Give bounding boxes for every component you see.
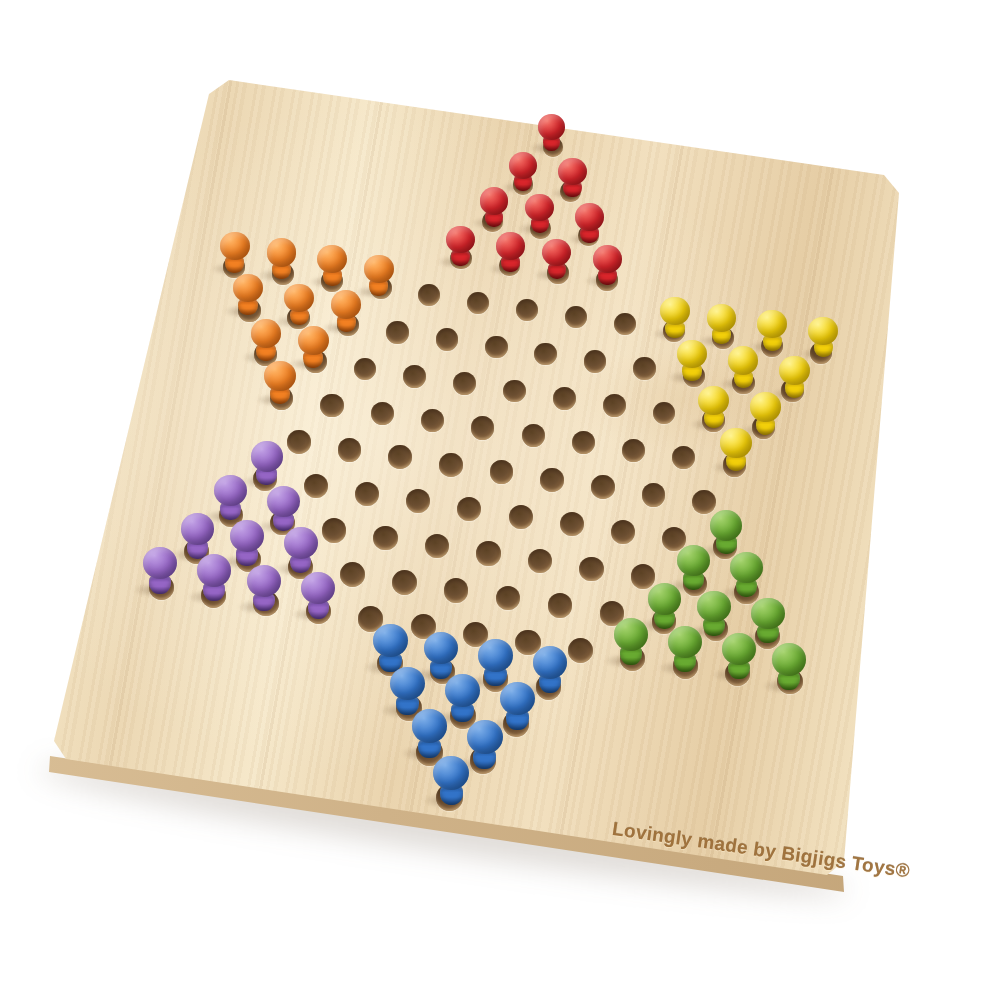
peg-ball-head (525, 194, 554, 221)
peg-green-r9-c9[interactable] (710, 510, 742, 554)
peg-ball-head (433, 756, 469, 790)
peg-green-r12-c12[interactable] (772, 643, 806, 690)
peg-ball-head (751, 598, 785, 630)
peg-yellow-r6-c9[interactable] (698, 386, 729, 428)
peg-orange-r5-c2[interactable] (331, 290, 361, 332)
peg-purple-r11-c1[interactable] (230, 520, 264, 566)
peg-purple-r12-c2[interactable] (247, 565, 281, 612)
peg-yellow-r5-c10[interactable] (728, 346, 758, 388)
peg-yellow-r5-c9[interactable] (677, 340, 707, 382)
peg-green-r11-c10[interactable] (697, 591, 731, 637)
peg-red-r1-c0[interactable] (509, 152, 537, 191)
peg-ball-head (230, 520, 264, 552)
peg-red-r2-c1[interactable] (525, 194, 554, 233)
peg-blue-r15-c0[interactable] (412, 709, 448, 758)
peg-ball-head (593, 245, 622, 273)
pegs-layer (0, 0, 1000, 1000)
peg-green-r12-c10[interactable] (668, 626, 702, 673)
peg-purple-r11-c2[interactable] (284, 527, 318, 573)
peg-ball-head (668, 626, 702, 658)
peg-yellow-r5-c11[interactable] (779, 356, 809, 398)
peg-yellow-r6-c10[interactable] (750, 392, 781, 434)
peg-ball-head (247, 565, 281, 597)
peg-purple-r12-c0[interactable] (143, 547, 177, 594)
peg-ball-head (779, 356, 809, 385)
peg-green-r10-c9[interactable] (677, 545, 710, 590)
peg-ball-head (214, 475, 247, 506)
peg-ball-head (197, 554, 231, 586)
peg-purple-r11-c0[interactable] (181, 513, 215, 559)
peg-ball-head (697, 591, 731, 623)
peg-ball-head (500, 682, 535, 715)
peg-ball-head (772, 643, 806, 675)
peg-ball-head (542, 239, 571, 267)
peg-orange-r5-c1[interactable] (284, 284, 314, 326)
peg-ball-head (677, 340, 707, 369)
peg-ball-head (707, 304, 737, 332)
peg-ball-head (808, 317, 838, 345)
peg-ball-head (364, 255, 394, 283)
peg-yellow-r4-c12[interactable] (808, 317, 838, 358)
peg-ball-head (298, 326, 329, 355)
peg-ball-head (720, 428, 751, 458)
peg-purple-r12-c3[interactable] (301, 572, 335, 619)
peg-ball-head (267, 486, 300, 517)
photo-background: Lovingly made by Bigjigs Toys® (0, 0, 1000, 1000)
peg-red-r3-c0[interactable] (446, 226, 475, 266)
peg-blue-r16-c0[interactable] (433, 756, 469, 806)
peg-blue-r13-c3[interactable] (533, 646, 568, 693)
peg-purple-r10-c0[interactable] (214, 475, 247, 520)
peg-ball-head (181, 513, 215, 545)
peg-purple-r12-c1[interactable] (197, 554, 231, 601)
peg-orange-r4-c2[interactable] (317, 245, 347, 286)
peg-purple-r10-c1[interactable] (267, 486, 300, 531)
peg-ball-head (445, 674, 480, 707)
peg-green-r12-c11[interactable] (722, 633, 756, 680)
peg-green-r10-c10[interactable] (730, 552, 763, 597)
peg-ball-head (233, 274, 263, 303)
peg-ball-head (220, 232, 250, 260)
peg-ball-head (660, 297, 690, 325)
peg-ball-head (728, 346, 758, 375)
peg-ball-head (251, 319, 282, 348)
peg-orange-r4-c1[interactable] (267, 238, 297, 279)
peg-blue-r14-c0[interactable] (390, 667, 425, 715)
peg-red-r2-c2[interactable] (575, 203, 604, 242)
peg-ball-head (538, 114, 566, 140)
peg-blue-r14-c2[interactable] (500, 682, 535, 730)
peg-ball-head (757, 310, 787, 338)
peg-red-r1-c1[interactable] (558, 158, 586, 197)
peg-blue-r14-c1[interactable] (445, 674, 480, 722)
peg-ball-head (575, 203, 604, 230)
peg-ball-head (698, 386, 729, 415)
peg-ball-head (710, 510, 742, 541)
peg-ball-head (730, 552, 763, 583)
peg-ball-head (143, 547, 177, 579)
peg-orange-r4-c3[interactable] (364, 255, 394, 296)
peg-ball-head (750, 392, 781, 421)
peg-ball-head (424, 632, 459, 665)
peg-green-r12-c9[interactable] (614, 618, 648, 665)
peg-ball-head (467, 720, 503, 754)
peg-ball-head (251, 441, 283, 472)
peg-red-r2-c0[interactable] (480, 187, 509, 226)
peg-orange-r6-c0[interactable] (251, 319, 282, 361)
peg-ball-head (558, 158, 586, 185)
peg-red-r3-c3[interactable] (593, 245, 622, 285)
peg-ball-head (648, 583, 682, 615)
peg-blue-r13-c2[interactable] (478, 639, 513, 686)
peg-ball-head (533, 646, 568, 679)
peg-ball-head (264, 361, 295, 391)
peg-ball-head (284, 284, 314, 313)
peg-orange-r7-c0[interactable] (264, 361, 295, 404)
peg-ball-head (331, 290, 361, 319)
peg-ball-head (412, 709, 448, 743)
peg-ball-head (446, 226, 475, 254)
peg-yellow-r4-c10[interactable] (707, 304, 737, 345)
peg-yellow-r7-c9[interactable] (720, 428, 751, 471)
peg-yellow-r4-c11[interactable] (757, 310, 787, 351)
peg-blue-r15-c1[interactable] (467, 720, 503, 769)
peg-ball-head (509, 152, 537, 179)
peg-blue-r13-c1[interactable] (424, 632, 459, 679)
peg-ball-head (301, 572, 335, 604)
peg-ball-head (478, 639, 513, 672)
peg-ball-head (480, 187, 509, 214)
peg-green-r11-c9[interactable] (648, 583, 682, 629)
peg-orange-r4-c0[interactable] (220, 232, 250, 273)
peg-purple-r9-c0[interactable] (251, 441, 283, 485)
peg-orange-r5-c0[interactable] (233, 274, 263, 316)
peg-orange-r6-c1[interactable] (298, 326, 329, 368)
peg-ball-head (677, 545, 710, 576)
peg-yellow-r4-c9[interactable] (660, 297, 690, 338)
peg-ball-head (284, 527, 318, 559)
peg-red-r0-c0[interactable] (538, 114, 566, 152)
peg-red-r3-c1[interactable] (496, 232, 525, 272)
peg-ball-head (722, 633, 756, 665)
peg-blue-r13-c0[interactable] (373, 624, 408, 671)
peg-ball-head (267, 238, 297, 266)
peg-ball-head (390, 667, 425, 700)
peg-ball-head (614, 618, 648, 650)
peg-ball-head (496, 232, 525, 260)
peg-red-r3-c2[interactable] (542, 239, 571, 279)
peg-ball-head (373, 624, 408, 657)
peg-ball-head (317, 245, 347, 273)
